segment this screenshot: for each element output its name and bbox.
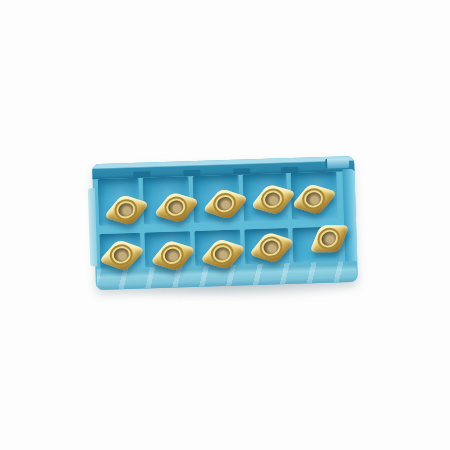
photo-stage bbox=[0, 0, 450, 450]
carbide-insert bbox=[300, 211, 359, 266]
carbide-insert bbox=[198, 181, 253, 227]
carbide-insert bbox=[195, 231, 250, 277]
carbide-insert bbox=[244, 224, 300, 270]
inserts-layer bbox=[92, 156, 358, 290]
carbide-insert bbox=[145, 232, 201, 278]
carbide-insert bbox=[99, 187, 155, 233]
carbide-insert bbox=[149, 184, 205, 230]
carbide-insert bbox=[94, 233, 149, 278]
insert-tray bbox=[92, 156, 358, 290]
